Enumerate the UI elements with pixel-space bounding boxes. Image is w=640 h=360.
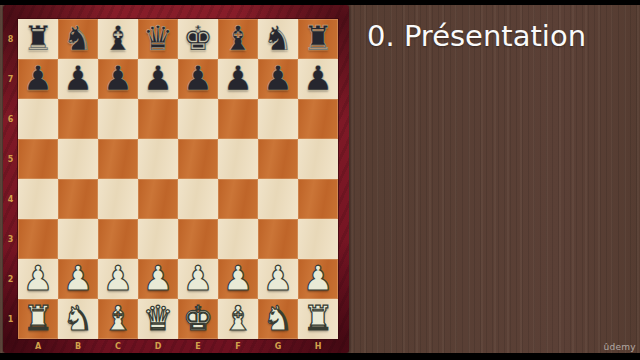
square-d4 bbox=[138, 179, 178, 219]
square-f5 bbox=[218, 139, 258, 179]
rank-label-2: 2 bbox=[3, 259, 18, 299]
white-pawn-piece: ♟ bbox=[223, 261, 253, 295]
square-a5 bbox=[18, 139, 58, 179]
square-h1: ♜ bbox=[298, 299, 338, 339]
black-pawn-piece: ♟ bbox=[303, 61, 333, 95]
rank-label-6: 6 bbox=[3, 99, 18, 139]
black-rook-piece: ♜ bbox=[303, 21, 333, 55]
square-h3 bbox=[298, 219, 338, 259]
square-b6 bbox=[58, 99, 98, 139]
rank-label-5: 5 bbox=[3, 139, 18, 179]
letterbox-top bbox=[0, 0, 640, 5]
square-g8: ♞ bbox=[258, 19, 298, 59]
square-a8: ♜ bbox=[18, 19, 58, 59]
black-king-piece: ♚ bbox=[183, 21, 213, 55]
square-a6 bbox=[18, 99, 58, 139]
white-pawn-piece: ♟ bbox=[143, 261, 173, 295]
square-b4 bbox=[58, 179, 98, 219]
rank-labels: 87654321 bbox=[3, 19, 18, 339]
square-c5 bbox=[98, 139, 138, 179]
square-a3 bbox=[18, 219, 58, 259]
black-queen-piece: ♛ bbox=[143, 21, 173, 55]
square-f6 bbox=[218, 99, 258, 139]
white-rook-piece: ♜ bbox=[303, 301, 333, 335]
chess-board: 87654321 ABCDEFGH ♜♞♝♛♚♝♞♜♟♟♟♟♟♟♟♟♟♟♟♟♟♟… bbox=[3, 5, 349, 353]
white-king-piece: ♚ bbox=[183, 301, 213, 335]
file-label-e: E bbox=[178, 339, 218, 353]
square-d6 bbox=[138, 99, 178, 139]
rank-label-8: 8 bbox=[3, 19, 18, 59]
square-h4 bbox=[298, 179, 338, 219]
square-b2: ♟ bbox=[58, 259, 98, 299]
udemy-watermark: ûdemy bbox=[603, 342, 636, 352]
file-label-b: B bbox=[58, 339, 98, 353]
square-c2: ♟ bbox=[98, 259, 138, 299]
black-pawn-piece: ♟ bbox=[263, 61, 293, 95]
file-label-c: C bbox=[98, 339, 138, 353]
black-pawn-piece: ♟ bbox=[103, 61, 133, 95]
square-e7: ♟ bbox=[178, 59, 218, 99]
square-e2: ♟ bbox=[178, 259, 218, 299]
black-pawn-piece: ♟ bbox=[143, 61, 173, 95]
square-a2: ♟ bbox=[18, 259, 58, 299]
square-h2: ♟ bbox=[298, 259, 338, 299]
rank-label-4: 4 bbox=[3, 179, 18, 219]
video-frame: 87654321 ABCDEFGH ♜♞♝♛♚♝♞♜♟♟♟♟♟♟♟♟♟♟♟♟♟♟… bbox=[0, 0, 640, 360]
square-b1: ♞ bbox=[58, 299, 98, 339]
square-d8: ♛ bbox=[138, 19, 178, 59]
square-f8: ♝ bbox=[218, 19, 258, 59]
white-bishop-piece: ♝ bbox=[103, 301, 133, 335]
rank-label-1: 1 bbox=[3, 299, 18, 339]
square-a1: ♜ bbox=[18, 299, 58, 339]
black-pawn-piece: ♟ bbox=[183, 61, 213, 95]
rank-label-3: 3 bbox=[3, 219, 18, 259]
square-d5 bbox=[138, 139, 178, 179]
square-d2: ♟ bbox=[138, 259, 178, 299]
board-grid: ♜♞♝♛♚♝♞♜♟♟♟♟♟♟♟♟♟♟♟♟♟♟♟♟♜♞♝♛♚♝♞♜ bbox=[18, 19, 338, 339]
white-pawn-piece: ♟ bbox=[103, 261, 133, 295]
square-a7: ♟ bbox=[18, 59, 58, 99]
file-labels: ABCDEFGH bbox=[18, 339, 338, 353]
square-f3 bbox=[218, 219, 258, 259]
black-bishop-piece: ♝ bbox=[103, 21, 133, 55]
square-c4 bbox=[98, 179, 138, 219]
square-e3 bbox=[178, 219, 218, 259]
square-c3 bbox=[98, 219, 138, 259]
square-g1: ♞ bbox=[258, 299, 298, 339]
white-pawn-piece: ♟ bbox=[183, 261, 213, 295]
white-pawn-piece: ♟ bbox=[303, 261, 333, 295]
square-b5 bbox=[58, 139, 98, 179]
black-rook-piece: ♜ bbox=[23, 21, 53, 55]
square-h5 bbox=[298, 139, 338, 179]
file-label-g: G bbox=[258, 339, 298, 353]
white-bishop-piece: ♝ bbox=[223, 301, 253, 335]
square-f7: ♟ bbox=[218, 59, 258, 99]
black-pawn-piece: ♟ bbox=[223, 61, 253, 95]
square-b7: ♟ bbox=[58, 59, 98, 99]
file-label-f: F bbox=[218, 339, 258, 353]
square-f2: ♟ bbox=[218, 259, 258, 299]
square-g6 bbox=[258, 99, 298, 139]
square-f1: ♝ bbox=[218, 299, 258, 339]
square-e1: ♚ bbox=[178, 299, 218, 339]
square-b8: ♞ bbox=[58, 19, 98, 59]
white-rook-piece: ♜ bbox=[23, 301, 53, 335]
black-knight-piece: ♞ bbox=[63, 21, 93, 55]
black-bishop-piece: ♝ bbox=[223, 21, 253, 55]
square-d3 bbox=[138, 219, 178, 259]
square-e6 bbox=[178, 99, 218, 139]
square-g3 bbox=[258, 219, 298, 259]
square-h7: ♟ bbox=[298, 59, 338, 99]
square-g5 bbox=[258, 139, 298, 179]
square-b3 bbox=[58, 219, 98, 259]
white-pawn-piece: ♟ bbox=[23, 261, 53, 295]
square-h6 bbox=[298, 99, 338, 139]
white-queen-piece: ♛ bbox=[143, 301, 173, 335]
black-pawn-piece: ♟ bbox=[63, 61, 93, 95]
white-pawn-piece: ♟ bbox=[63, 261, 93, 295]
square-g7: ♟ bbox=[258, 59, 298, 99]
rank-label-7: 7 bbox=[3, 59, 18, 99]
square-h8: ♜ bbox=[298, 19, 338, 59]
square-e8: ♚ bbox=[178, 19, 218, 59]
white-knight-piece: ♞ bbox=[263, 301, 293, 335]
square-a4 bbox=[18, 179, 58, 219]
square-d1: ♛ bbox=[138, 299, 178, 339]
square-c8: ♝ bbox=[98, 19, 138, 59]
white-knight-piece: ♞ bbox=[63, 301, 93, 335]
black-pawn-piece: ♟ bbox=[23, 61, 53, 95]
square-g4 bbox=[258, 179, 298, 219]
square-d7: ♟ bbox=[138, 59, 178, 99]
square-c6 bbox=[98, 99, 138, 139]
square-c1: ♝ bbox=[98, 299, 138, 339]
square-c7: ♟ bbox=[98, 59, 138, 99]
file-label-a: A bbox=[18, 339, 58, 353]
slide-title: 0. Présentation bbox=[367, 19, 586, 53]
black-knight-piece: ♞ bbox=[263, 21, 293, 55]
file-label-d: D bbox=[138, 339, 178, 353]
square-e5 bbox=[178, 139, 218, 179]
square-e4 bbox=[178, 179, 218, 219]
square-g2: ♟ bbox=[258, 259, 298, 299]
square-f4 bbox=[218, 179, 258, 219]
white-pawn-piece: ♟ bbox=[263, 261, 293, 295]
file-label-h: H bbox=[298, 339, 338, 353]
letterbox-bottom bbox=[0, 353, 640, 360]
